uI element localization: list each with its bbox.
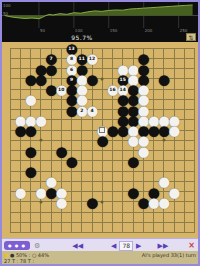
ai-status-text: AI's played 33(1) turn (142, 252, 196, 258)
black-stone: ● (66, 155, 77, 166)
star-point (101, 77, 104, 80)
navigation-toolbar: ● ● ● ⚙ ◀◀ ◀ 78 ▶ ▶▶ × (2, 238, 198, 252)
black-stone: ● (25, 145, 36, 156)
grid-line-h (10, 232, 196, 233)
settings-icon[interactable]: ⚙ (34, 242, 40, 250)
white-stone: ● (25, 94, 36, 105)
app-window: 5010015020025010050 95.7% ⇅ ●13●7●8●11●1… (0, 0, 200, 266)
svg-text:100: 100 (3, 3, 11, 8)
grid-line-h (10, 212, 196, 213)
black-stone: ● (97, 135, 108, 146)
grid-line-h (10, 171, 196, 172)
star-point (101, 200, 104, 203)
territory-text: 27 T : 78 T : (4, 258, 34, 264)
svg-text:50: 50 (3, 11, 9, 16)
grid-line-h (10, 222, 196, 223)
black-stone: ● (158, 73, 169, 84)
white-stone: ● (15, 186, 26, 197)
winrate-curve: 5010015020025010050 (2, 2, 198, 33)
close-icon[interactable]: × (188, 241, 195, 250)
winrate-value: 95.7% (2, 33, 162, 42)
graph-expand-button[interactable]: ⇅ (186, 33, 196, 41)
go-board[interactable]: ●13●7●8●11●12●●●●6●●●●●●●9●●●15●●●●●10●●… (2, 42, 198, 238)
star-point (39, 139, 42, 142)
star-point (162, 139, 165, 142)
grid-line-h (10, 160, 196, 161)
last-move-marker (99, 127, 105, 133)
star-point (39, 200, 42, 203)
white-stone: ●4 (87, 104, 98, 115)
white-stone: ● (158, 196, 169, 207)
grid-line-v (112, 48, 113, 234)
move-number-box[interactable]: 78 (119, 241, 133, 251)
nav-next-button[interactable]: ▶ (136, 242, 141, 250)
black-stone: ● (25, 166, 36, 177)
grid-line-h (10, 150, 196, 151)
menu-button[interactable]: ● ● ● (4, 241, 30, 250)
grid-line-v (194, 48, 195, 234)
winrate-strip: 95.7% ⇅ (2, 33, 198, 42)
black-stone: ● (128, 155, 139, 166)
winrate-graph[interactable]: 5010015020025010050 (2, 2, 198, 33)
black-stone: ● (25, 125, 36, 136)
white-stone: ● (169, 125, 180, 136)
nav-prev-button[interactable]: ◀ (111, 242, 116, 250)
move-number-label: 4 (87, 107, 98, 112)
grid-line-v (174, 48, 175, 234)
nav-first-button[interactable]: ◀◀ (72, 242, 83, 250)
grid-line-v (184, 48, 185, 234)
nav-last-button[interactable]: ▶▶ (158, 242, 169, 250)
black-stone: ● (87, 196, 98, 207)
status-bar: ● ● 50% : ○ 44% AI's played 33(1) turn 2… (2, 251, 198, 264)
white-stone: ● (56, 196, 67, 207)
